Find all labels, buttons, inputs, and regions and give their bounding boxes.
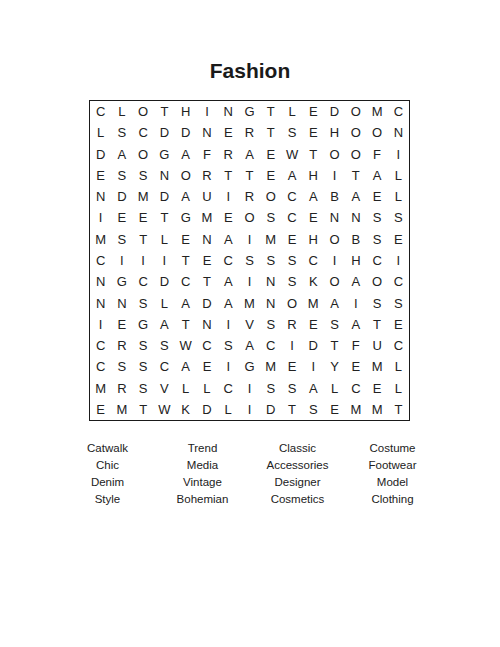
- word-clothing: Clothing: [345, 491, 440, 508]
- grid-cell-r12c4[interactable]: S: [154, 335, 175, 356]
- grid-cell-r11c1[interactable]: I: [90, 314, 111, 335]
- grid-cell-r8c8[interactable]: S: [239, 250, 260, 271]
- grid-cell-r6c3[interactable]: E: [133, 207, 154, 228]
- grid-cell-r2c15[interactable]: N: [388, 122, 409, 143]
- puzzle-title: Fashion: [0, 59, 500, 83]
- grid-cell-r2c14[interactable]: O: [366, 122, 387, 143]
- grid-cell-r4c1[interactable]: E: [90, 165, 111, 186]
- grid-cell-r7c2[interactable]: S: [111, 229, 132, 250]
- grid-cell-r2c2[interactable]: S: [111, 122, 132, 143]
- grid-cell-r11c14[interactable]: T: [366, 314, 387, 335]
- grid-cell-r15c8[interactable]: I: [239, 399, 260, 420]
- grid-cell-r5c7[interactable]: I: [218, 186, 239, 207]
- grid-cell-r2c6[interactable]: N: [196, 122, 217, 143]
- grid-cell-r13c8[interactable]: G: [239, 356, 260, 377]
- grid-cell-r2c3[interactable]: C: [133, 122, 154, 143]
- grid-cell-r6c15[interactable]: S: [388, 207, 409, 228]
- grid-cell-r6c7[interactable]: E: [218, 207, 239, 228]
- grid-cell-r14c2[interactable]: R: [111, 377, 132, 398]
- grid-cell-r12c3[interactable]: S: [133, 335, 154, 356]
- grid-cell-r9c15[interactable]: C: [388, 271, 409, 292]
- grid-cell-r8c2[interactable]: I: [111, 250, 132, 271]
- grid-cell-r11c9[interactable]: S: [260, 314, 281, 335]
- grid-cell-r2c11[interactable]: E: [303, 122, 324, 143]
- grid-cell-r4c11[interactable]: H: [303, 165, 324, 186]
- grid-cell-r11c13[interactable]: A: [345, 314, 366, 335]
- grid-cell-r7c9[interactable]: M: [260, 229, 281, 250]
- word-trend: Trend: [155, 440, 250, 457]
- grid-cell-r14c4[interactable]: V: [154, 377, 175, 398]
- grid-cell-r7c1[interactable]: M: [90, 229, 111, 250]
- grid-cell-r5c15[interactable]: L: [388, 186, 409, 207]
- grid-cell-r15c5[interactable]: K: [175, 399, 196, 420]
- grid-cell-r10c12[interactable]: A: [324, 292, 345, 313]
- word-classic: Classic: [250, 440, 345, 457]
- grid-cell-r5c8[interactable]: R: [239, 186, 260, 207]
- grid-cell-r8c4[interactable]: I: [154, 250, 175, 271]
- grid-cell-r2c9[interactable]: T: [260, 122, 281, 143]
- grid-cell-r9c9[interactable]: N: [260, 271, 281, 292]
- word-search-grid: CLOTHINGTLEDOMCLSCDDNERTSEHOONDAOGAFRAEW…: [89, 100, 410, 421]
- grid-cell-r9c2[interactable]: G: [111, 271, 132, 292]
- grid-cell-r2c4[interactable]: D: [154, 122, 175, 143]
- grid-cell-r13c12[interactable]: Y: [324, 356, 345, 377]
- grid-cell-r12c12[interactable]: T: [324, 335, 345, 356]
- word-column-1: CatwalkChicDenimStyle: [60, 440, 155, 508]
- grid-cell-r4c9[interactable]: E: [260, 165, 281, 186]
- grid-cell-r4c6[interactable]: R: [196, 165, 217, 186]
- grid-cell-r14c6[interactable]: L: [196, 377, 217, 398]
- word-column-3: ClassicAccessoriesDesignerCosmetics: [250, 440, 345, 508]
- grid-cell-r3c2[interactable]: A: [111, 144, 132, 165]
- grid-cell-r14c9[interactable]: S: [260, 377, 281, 398]
- grid-cell-r14c14[interactable]: E: [366, 377, 387, 398]
- grid-cell-r6c6[interactable]: M: [196, 207, 217, 228]
- grid-cell-r4c8[interactable]: T: [239, 165, 260, 186]
- grid-cell-r3c13[interactable]: O: [345, 144, 366, 165]
- grid-cell-r6c8[interactable]: O: [239, 207, 260, 228]
- grid-cell-r12c1[interactable]: C: [90, 335, 111, 356]
- grid-cell-r8c13[interactable]: H: [345, 250, 366, 271]
- grid-cell-r15c15[interactable]: T: [388, 399, 409, 420]
- grid-cell-r11c3[interactable]: G: [133, 314, 154, 335]
- grid-cell-r6c11[interactable]: E: [303, 207, 324, 228]
- grid-cell-r8c11[interactable]: C: [303, 250, 324, 271]
- grid-cell-r1c2[interactable]: L: [111, 101, 132, 122]
- grid-cell-r1c9[interactable]: T: [260, 101, 281, 122]
- grid-cell-r15c12[interactable]: E: [324, 399, 345, 420]
- grid-cell-r12c15[interactable]: C: [388, 335, 409, 356]
- word-designer: Designer: [250, 474, 345, 491]
- grid-cell-r11c10[interactable]: R: [281, 314, 302, 335]
- grid-cell-r10c2[interactable]: N: [111, 292, 132, 313]
- grid-cell-r3c15[interactable]: I: [388, 144, 409, 165]
- grid-cell-r10c11[interactable]: M: [303, 292, 324, 313]
- grid-cell-r15c10[interactable]: T: [281, 399, 302, 420]
- word-bohemian: Bohemian: [155, 491, 250, 508]
- grid-cell-r10c10[interactable]: O: [281, 292, 302, 313]
- word-style: Style: [60, 491, 155, 508]
- grid-cell-r15c4[interactable]: W: [154, 399, 175, 420]
- grid-cell-r9c13[interactable]: A: [345, 271, 366, 292]
- grid-cell-r9c8[interactable]: I: [239, 271, 260, 292]
- grid-cell-r15c13[interactable]: M: [345, 399, 366, 420]
- grid-cell-r14c12[interactable]: L: [324, 377, 345, 398]
- word-list: CatwalkChicDenimStyle TrendMediaVintageB…: [60, 440, 440, 508]
- grid-cell-r3c5[interactable]: A: [175, 144, 196, 165]
- grid-cell-r10c7[interactable]: A: [218, 292, 239, 313]
- grid-cell-r8c7[interactable]: C: [218, 250, 239, 271]
- grid-cell-r2c12[interactable]: H: [324, 122, 345, 143]
- grid-cell-r5c6[interactable]: U: [196, 186, 217, 207]
- grid-cell-r7c3[interactable]: T: [133, 229, 154, 250]
- grid-cell-r11c8[interactable]: V: [239, 314, 260, 335]
- grid-cell-r8c3[interactable]: I: [133, 250, 154, 271]
- grid-cell-r9c14[interactable]: O: [366, 271, 387, 292]
- grid-cell-r9c11[interactable]: K: [303, 271, 324, 292]
- grid-cell-r14c8[interactable]: I: [239, 377, 260, 398]
- grid-cell-r7c15[interactable]: E: [388, 229, 409, 250]
- grid-cell-r13c9[interactable]: M: [260, 356, 281, 377]
- word-column-2: TrendMediaVintageBohemian: [155, 440, 250, 508]
- grid-cell-r1c10[interactable]: L: [281, 101, 302, 122]
- grid-cell-r1c14[interactable]: M: [366, 101, 387, 122]
- grid-cell-r3c6[interactable]: F: [196, 144, 217, 165]
- grid-cell-r15c14[interactable]: M: [366, 399, 387, 420]
- grid-cell-r15c3[interactable]: T: [133, 399, 154, 420]
- word-denim: Denim: [60, 474, 155, 491]
- grid-cell-r3c4[interactable]: G: [154, 144, 175, 165]
- grid-cell-r14c3[interactable]: S: [133, 377, 154, 398]
- grid-cell-r8c6[interactable]: E: [196, 250, 217, 271]
- grid-cell-r15c7[interactable]: L: [218, 399, 239, 420]
- grid-cell-r5c3[interactable]: M: [133, 186, 154, 207]
- grid-cell-r10c1[interactable]: N: [90, 292, 111, 313]
- word-media: Media: [155, 457, 250, 474]
- grid-cell-r1c11[interactable]: E: [303, 101, 324, 122]
- grid-cell-r8c12[interactable]: I: [324, 250, 345, 271]
- grid-cell-r5c1[interactable]: N: [90, 186, 111, 207]
- grid-cell-r10c4[interactable]: L: [154, 292, 175, 313]
- grid-cell-r6c1[interactable]: I: [90, 207, 111, 228]
- grid-cell-r13c15[interactable]: L: [388, 356, 409, 377]
- grid-cell-r7c4[interactable]: L: [154, 229, 175, 250]
- grid-cell-r11c4[interactable]: A: [154, 314, 175, 335]
- grid-cell-r3c9[interactable]: E: [260, 144, 281, 165]
- grid-cell-r10c15[interactable]: S: [388, 292, 409, 313]
- grid-cell-r8c10[interactable]: S: [281, 250, 302, 271]
- grid-cell-r9c12[interactable]: O: [324, 271, 345, 292]
- grid-cell-r13c10[interactable]: E: [281, 356, 302, 377]
- grid-cell-r6c4[interactable]: T: [154, 207, 175, 228]
- grid-cell-r7c13[interactable]: B: [345, 229, 366, 250]
- grid-cell-r11c15[interactable]: E: [388, 314, 409, 335]
- grid-cell-r2c8[interactable]: R: [239, 122, 260, 143]
- grid-cell-r3c14[interactable]: F: [366, 144, 387, 165]
- grid-cell-r5c14[interactable]: E: [366, 186, 387, 207]
- grid-cell-r5c12[interactable]: B: [324, 186, 345, 207]
- grid-cell-r4c15[interactable]: L: [388, 165, 409, 186]
- grid-cell-r9c1[interactable]: N: [90, 271, 111, 292]
- grid-cell-r1c15[interactable]: C: [388, 101, 409, 122]
- word-costume: Costume: [345, 440, 440, 457]
- grid-cell-r9c3[interactable]: C: [133, 271, 154, 292]
- grid-cell-r4c10[interactable]: A: [281, 165, 302, 186]
- word-cosmetics: Cosmetics: [250, 491, 345, 508]
- grid-cell-r12c13[interactable]: F: [345, 335, 366, 356]
- grid-cell-r12c7[interactable]: S: [218, 335, 239, 356]
- grid-cell-r3c3[interactable]: O: [133, 144, 154, 165]
- grid-cell-r7c7[interactable]: A: [218, 229, 239, 250]
- grid-cell-r13c5[interactable]: A: [175, 356, 196, 377]
- word-model: Model: [345, 474, 440, 491]
- grid-cell-r12c9[interactable]: C: [260, 335, 281, 356]
- grid-cell-r8c5[interactable]: T: [175, 250, 196, 271]
- grid-cell-r5c11[interactable]: A: [303, 186, 324, 207]
- grid-cell-r1c8[interactable]: G: [239, 101, 260, 122]
- grid-cell-r15c2[interactable]: M: [111, 399, 132, 420]
- grid-cell-r11c5[interactable]: T: [175, 314, 196, 335]
- grid-cell-r10c13[interactable]: I: [345, 292, 366, 313]
- grid-cell-r11c11[interactable]: E: [303, 314, 324, 335]
- grid-cell-r6c5[interactable]: G: [175, 207, 196, 228]
- grid-cell-r4c5[interactable]: O: [175, 165, 196, 186]
- grid-cell-r6c13[interactable]: N: [345, 207, 366, 228]
- grid-cell-r9c4[interactable]: D: [154, 271, 175, 292]
- grid-cell-r6c9[interactable]: S: [260, 207, 281, 228]
- grid-cell-r15c1[interactable]: E: [90, 399, 111, 420]
- grid-cell-r2c5[interactable]: D: [175, 122, 196, 143]
- grid-cell-r5c9[interactable]: O: [260, 186, 281, 207]
- grid-cell-r15c11[interactable]: S: [303, 399, 324, 420]
- grid-cell-r10c5[interactable]: A: [175, 292, 196, 313]
- grid-cell-r12c5[interactable]: W: [175, 335, 196, 356]
- grid-cell-r4c14[interactable]: A: [366, 165, 387, 186]
- grid-cell-r2c1[interactable]: L: [90, 122, 111, 143]
- grid-cell-r1c1[interactable]: C: [90, 101, 111, 122]
- grid-cell-r13c7[interactable]: I: [218, 356, 239, 377]
- grid-cell-r2c10[interactable]: S: [281, 122, 302, 143]
- grid-cell-r11c7[interactable]: I: [218, 314, 239, 335]
- grid-cell-r14c15[interactable]: L: [388, 377, 409, 398]
- grid-cell-r8c15[interactable]: I: [388, 250, 409, 271]
- grid-cell-r13c2[interactable]: S: [111, 356, 132, 377]
- grid-cell-r14c13[interactable]: C: [345, 377, 366, 398]
- grid-cell-r8c14[interactable]: C: [366, 250, 387, 271]
- grid-cell-r9c5[interactable]: C: [175, 271, 196, 292]
- grid-cell-r4c2[interactable]: S: [111, 165, 132, 186]
- grid-cell-r6c10[interactable]: C: [281, 207, 302, 228]
- grid-cell-r14c7[interactable]: C: [218, 377, 239, 398]
- grid-cell-r3c10[interactable]: W: [281, 144, 302, 165]
- grid-cell-r6c14[interactable]: S: [366, 207, 387, 228]
- grid-cell-r14c1[interactable]: M: [90, 377, 111, 398]
- grid-cell-r15c6[interactable]: D: [196, 399, 217, 420]
- grid-cell-r10c3[interactable]: S: [133, 292, 154, 313]
- grid-cell-r9c7[interactable]: A: [218, 271, 239, 292]
- grid-cell-r1c5[interactable]: H: [175, 101, 196, 122]
- grid-cell-r5c5[interactable]: A: [175, 186, 196, 207]
- grid-cell-r7c11[interactable]: H: [303, 229, 324, 250]
- grid-cell-r12c11[interactable]: D: [303, 335, 324, 356]
- grid-cell-r10c6[interactable]: D: [196, 292, 217, 313]
- word-chic: Chic: [60, 457, 155, 474]
- word-catwalk: Catwalk: [60, 440, 155, 457]
- grid-cell-r2c7[interactable]: E: [218, 122, 239, 143]
- grid-cell-r13c6[interactable]: E: [196, 356, 217, 377]
- grid-cell-r1c4[interactable]: T: [154, 101, 175, 122]
- grid-cell-r4c13[interactable]: T: [345, 165, 366, 186]
- grid-cell-r13c13[interactable]: E: [345, 356, 366, 377]
- grid-cell-r1c6[interactable]: I: [196, 101, 217, 122]
- grid-cell-r11c12[interactable]: S: [324, 314, 345, 335]
- grid-cell-r3c8[interactable]: A: [239, 144, 260, 165]
- grid-cell-r4c4[interactable]: N: [154, 165, 175, 186]
- grid-cell-r7c14[interactable]: S: [366, 229, 387, 250]
- grid-cell-r13c4[interactable]: C: [154, 356, 175, 377]
- grid-cell-r4c3[interactable]: S: [133, 165, 154, 186]
- grid-cell-r15c9[interactable]: D: [260, 399, 281, 420]
- grid-cell-r3c7[interactable]: R: [218, 144, 239, 165]
- grid-cell-r7c12[interactable]: O: [324, 229, 345, 250]
- grid-cell-r13c14[interactable]: M: [366, 356, 387, 377]
- grid-cell-r6c2[interactable]: E: [111, 207, 132, 228]
- grid-cell-r3c1[interactable]: D: [90, 144, 111, 165]
- grid-cell-r1c12[interactable]: D: [324, 101, 345, 122]
- grid-cell-r6c12[interactable]: N: [324, 207, 345, 228]
- word-accessories: Accessories: [250, 457, 345, 474]
- grid-cell-r7c6[interactable]: N: [196, 229, 217, 250]
- grid-cell-r12c10[interactable]: I: [281, 335, 302, 356]
- grid-cell-r14c5[interactable]: L: [175, 377, 196, 398]
- grid-cell-r10c14[interactable]: S: [366, 292, 387, 313]
- grid-cell-r12c14[interactable]: U: [366, 335, 387, 356]
- word-column-4: CostumeFootwearModelClothing: [345, 440, 440, 508]
- grid-cell-r7c5[interactable]: E: [175, 229, 196, 250]
- grid-cell-r1c7[interactable]: N: [218, 101, 239, 122]
- grid-cell-r3c11[interactable]: T: [303, 144, 324, 165]
- grid-cell-r4c7[interactable]: T: [218, 165, 239, 186]
- grid-cell-r12c6[interactable]: C: [196, 335, 217, 356]
- word-vintage: Vintage: [155, 474, 250, 491]
- grid-cell-r12c2[interactable]: R: [111, 335, 132, 356]
- grid-cell-r5c13[interactable]: A: [345, 186, 366, 207]
- grid-cell-r8c1[interactable]: C: [90, 250, 111, 271]
- grid-cell-r1c13[interactable]: O: [345, 101, 366, 122]
- grid-cell-r14c10[interactable]: S: [281, 377, 302, 398]
- grid-cell-r2c13[interactable]: O: [345, 122, 366, 143]
- grid-cell-r13c1[interactable]: C: [90, 356, 111, 377]
- grid-cell-r8c9[interactable]: S: [260, 250, 281, 271]
- grid-cell-r13c11[interactable]: I: [303, 356, 324, 377]
- grid-cell-r5c2[interactable]: D: [111, 186, 132, 207]
- grid-cell-r11c6[interactable]: N: [196, 314, 217, 335]
- grid-cell-r7c10[interactable]: E: [281, 229, 302, 250]
- grid-cell-r7c8[interactable]: I: [239, 229, 260, 250]
- grid-cell-r9c10[interactable]: S: [281, 271, 302, 292]
- grid-cell-r1c3[interactable]: O: [133, 101, 154, 122]
- grid-cell-r10c8[interactable]: M: [239, 292, 260, 313]
- word-footwear: Footwear: [345, 457, 440, 474]
- grid-cell-r13c3[interactable]: S: [133, 356, 154, 377]
- grid-cell-r10c9[interactable]: N: [260, 292, 281, 313]
- grid-cell-r14c11[interactable]: A: [303, 377, 324, 398]
- grid-cell-r5c4[interactable]: D: [154, 186, 175, 207]
- grid-cell-r9c6[interactable]: T: [196, 271, 217, 292]
- grid-cell-r12c8[interactable]: A: [239, 335, 260, 356]
- grid-cell-r4c12[interactable]: I: [324, 165, 345, 186]
- grid-cell-r11c2[interactable]: E: [111, 314, 132, 335]
- grid-cell-r3c12[interactable]: O: [324, 144, 345, 165]
- grid-cell-r5c10[interactable]: C: [281, 186, 302, 207]
